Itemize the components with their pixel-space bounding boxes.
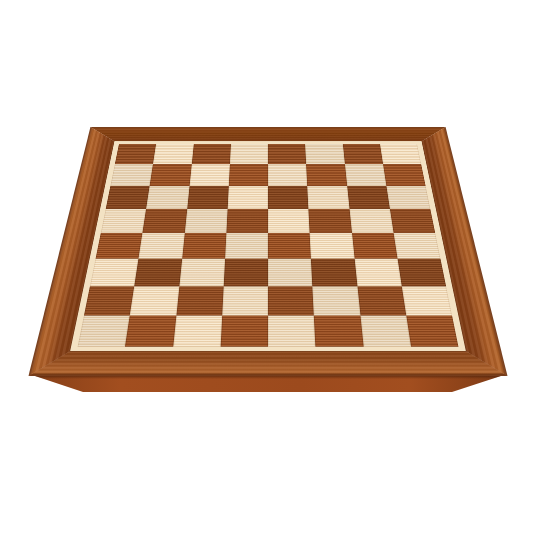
square-g4 [352, 233, 398, 259]
square-c2 [176, 286, 224, 315]
square-a3 [90, 259, 139, 286]
square-a4 [96, 233, 143, 259]
square-g1 [360, 315, 411, 346]
square-h7 [383, 164, 426, 186]
square-f6 [307, 186, 349, 209]
square-a1 [78, 315, 130, 346]
square-e7 [268, 164, 307, 186]
chess-board [28, 127, 507, 376]
square-g7 [345, 164, 387, 186]
square-d7 [229, 164, 268, 186]
square-c4 [182, 233, 226, 259]
square-f7 [306, 164, 347, 186]
chessboard-scene [0, 0, 533, 533]
square-f8 [305, 144, 344, 164]
square-h4 [393, 233, 440, 259]
square-b2 [130, 286, 179, 315]
maple-inlay-line [70, 141, 466, 351]
square-e3 [268, 259, 313, 286]
square-c6 [187, 186, 229, 209]
square-d5 [226, 209, 268, 233]
square-f1 [314, 315, 363, 346]
square-f4 [310, 233, 354, 259]
square-e1 [268, 315, 316, 346]
square-h6 [386, 186, 430, 209]
square-a6 [106, 186, 150, 209]
square-f5 [309, 209, 352, 233]
square-e8 [268, 144, 306, 164]
square-h2 [402, 286, 452, 315]
square-b6 [146, 186, 189, 209]
square-g3 [354, 259, 401, 286]
square-c8 [191, 144, 230, 164]
square-c5 [184, 209, 227, 233]
square-d3 [223, 259, 268, 286]
board-grid [78, 144, 459, 347]
square-b4 [139, 233, 185, 259]
square-d8 [230, 144, 268, 164]
square-c3 [179, 259, 225, 286]
square-h3 [397, 259, 446, 286]
square-g6 [347, 186, 390, 209]
square-c1 [173, 315, 222, 346]
square-c7 [189, 164, 230, 186]
square-e4 [268, 233, 311, 259]
square-g5 [349, 209, 393, 233]
square-d4 [225, 233, 268, 259]
square-f2 [313, 286, 361, 315]
square-a5 [101, 209, 147, 233]
square-e5 [268, 209, 310, 233]
square-a2 [84, 286, 134, 315]
square-h5 [390, 209, 436, 233]
square-g2 [357, 286, 406, 315]
square-d2 [222, 286, 268, 315]
square-b8 [153, 144, 193, 164]
square-a7 [110, 164, 153, 186]
square-d6 [227, 186, 268, 209]
square-e6 [268, 186, 309, 209]
square-b1 [125, 315, 176, 346]
square-e2 [268, 286, 314, 315]
square-d1 [220, 315, 268, 346]
square-f3 [311, 259, 357, 286]
square-b7 [150, 164, 192, 186]
square-h1 [406, 315, 458, 346]
square-g8 [343, 144, 383, 164]
square-h8 [380, 144, 421, 164]
square-b5 [143, 209, 187, 233]
square-a8 [115, 144, 156, 164]
square-b3 [134, 259, 181, 286]
